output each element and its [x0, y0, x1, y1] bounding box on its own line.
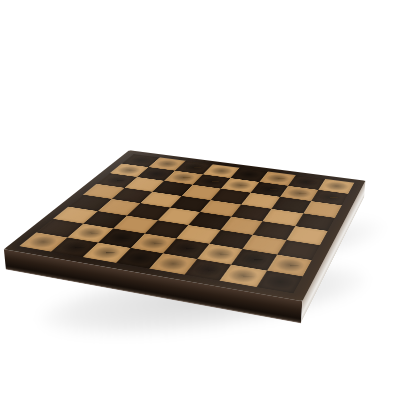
piece-glyph: ♚: [155, 227, 192, 269]
piece-glyph: ♟: [289, 172, 310, 196]
piece-glyph: ♜: [29, 214, 57, 245]
piece-glyph: ♟: [230, 165, 251, 188]
piece-glyph: ♟: [259, 168, 280, 192]
piece-glyph: ♜: [265, 252, 296, 286]
piece-glyph: ♝: [192, 238, 224, 273]
chess-board: ♜♞♝♛♚♝♞♜♟♟♟♟♟♟♟♟♟♟♟♟♟♟♟♟♜♞♝♛♚♝♞♜: [4, 150, 365, 301]
piece-glyph: ♟: [107, 160, 128, 183]
piece-glyph: ♞: [228, 245, 259, 280]
piece-glyph: ♟: [201, 161, 222, 184]
piece-glyph: ♟: [319, 176, 341, 200]
piece-glyph: ♟: [173, 157, 193, 180]
piece-glyph: ♝: [91, 222, 122, 256]
product-photo: ♜♞♝♛♚♝♞♜♟♟♟♟♟♟♟♟♟♟♟♟♟♟♟♟♜♞♝♛♚♝♞♜: [0, 0, 400, 400]
piece-glyph: ♛: [122, 224, 157, 263]
piece-glyph: ♟: [146, 154, 166, 177]
piece-glyph: ♞: [60, 218, 89, 251]
